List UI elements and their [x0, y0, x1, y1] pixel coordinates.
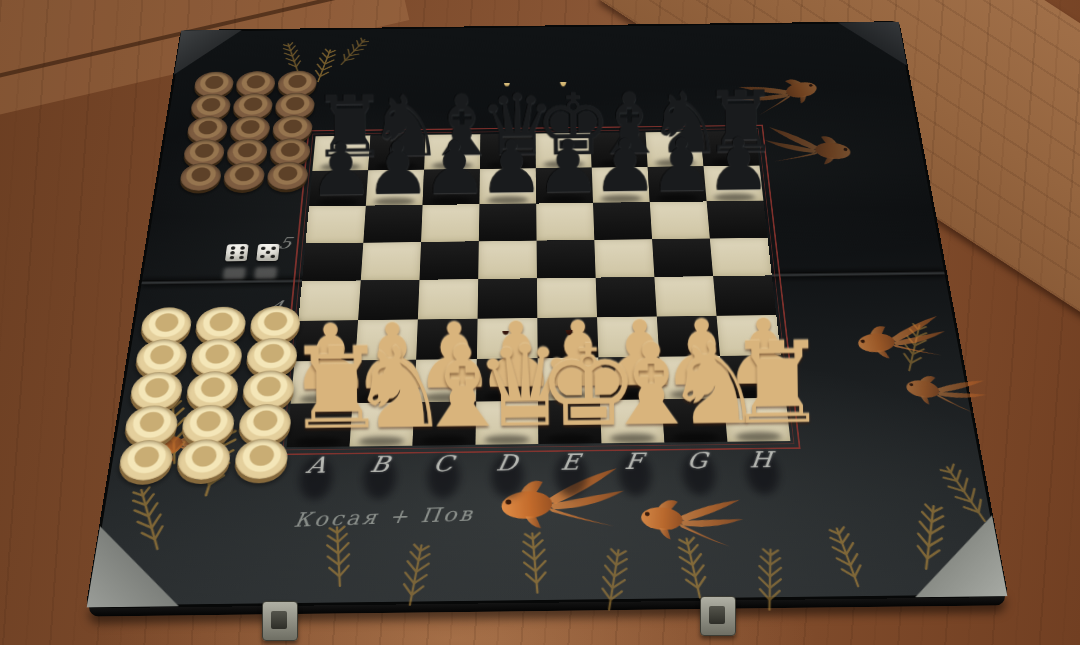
die-pip — [261, 247, 266, 250]
fern-icon — [389, 538, 443, 610]
piece-finial — [565, 318, 573, 335]
square-f1: ♝ — [600, 399, 665, 443]
square-c6 — [421, 204, 479, 241]
die-reflection — [223, 267, 246, 279]
square-f7: ♟ — [592, 167, 650, 203]
square-a7: ♟ — [309, 170, 368, 206]
square-g7: ♟ — [648, 166, 707, 202]
square-b1: ♞ — [350, 402, 415, 446]
square-e1: ♚ — [538, 400, 601, 444]
fern-icon — [665, 530, 721, 602]
photo-scene: ♜♞♝♛♚♝♞♜♟♟♟♟♟♟♟♟♟♟♟♟♟♟♟♟♜♞♝♛♚♝♞♜ ABCDEFG… — [0, 0, 1080, 645]
board-rotation-wrap: ♜♞♝♛♚♝♞♜♟♟♟♟♟♟♟♟♟♟♟♟♟♟♟♟♜♞♝♛♚♝♞♜ ABCDEFG… — [0, 0, 1080, 645]
die-pip — [230, 251, 235, 254]
file-label: G — [664, 447, 730, 473]
white-king: ♚ — [537, 330, 601, 444]
die-pip — [239, 251, 244, 254]
dice-pair — [225, 244, 280, 262]
white-bishop: ♝ — [600, 329, 664, 443]
black-pawn: ♟ — [649, 128, 707, 202]
square-h5 — [710, 237, 772, 276]
black-pawn: ♟ — [535, 129, 593, 203]
die — [225, 244, 249, 261]
die-pip — [266, 251, 271, 254]
chess-field: ♜♞♝♛♚♝♞♜♟♟♟♟♟♟♟♟♟♟♟♟♟♟♟♟♜♞♝♛♚♝♞♜ — [287, 131, 791, 447]
file-label: C — [409, 450, 477, 476]
square-e6 — [536, 203, 594, 240]
chess-grid: ♜♞♝♛♚♝♞♜♟♟♟♟♟♟♟♟♟♟♟♟♟♟♟♟♜♞♝♛♚♝♞♜ — [287, 131, 791, 447]
square-b7: ♟ — [366, 169, 424, 205]
file-label: A — [282, 452, 352, 478]
dice-reflections — [223, 267, 278, 279]
goldfish-icon — [896, 362, 992, 422]
black-pawn: ♟ — [706, 127, 764, 201]
goldfish-icon — [842, 309, 959, 369]
file-label: E — [537, 449, 604, 475]
square-d5 — [478, 240, 537, 279]
file-labels: ABCDEFGH — [284, 447, 794, 478]
square-c5 — [419, 241, 478, 280]
file-label: B — [345, 451, 414, 477]
square-d1: ♛ — [476, 400, 539, 444]
corner-guard — [903, 515, 1007, 597]
square-c7: ♟ — [423, 169, 480, 205]
square-b5 — [361, 242, 421, 281]
die-pip — [260, 255, 265, 258]
white-knight: ♞ — [348, 332, 412, 446]
die-pip — [270, 255, 275, 258]
file-label: H — [728, 447, 793, 473]
die-pip — [271, 247, 276, 250]
light-checker — [117, 440, 175, 481]
black-pawn: ♟ — [308, 132, 366, 206]
game-board: ♜♞♝♛♚♝♞♜♟♟♟♟♟♟♟♟♟♟♟♟♟♟♟♟♜♞♝♛♚♝♞♜ ABCDEFG… — [89, 23, 1005, 606]
fern-icon — [512, 526, 559, 596]
fern-icon — [118, 478, 180, 558]
board-inscription: Косая + Пов — [292, 498, 614, 531]
fern-icon — [891, 317, 938, 377]
corner-guard — [838, 22, 907, 67]
corner-guard — [87, 525, 189, 607]
square-a1: ♜ — [287, 403, 353, 447]
square-f6 — [593, 202, 652, 239]
square-e5 — [537, 240, 596, 279]
fern-icon — [316, 520, 361, 590]
fern-icon — [330, 33, 378, 71]
file-label: D — [473, 450, 541, 476]
hinge — [262, 601, 298, 641]
square-d6 — [479, 204, 537, 241]
piece-finial — [503, 77, 509, 86]
square-f5 — [594, 239, 654, 278]
fern-icon — [815, 519, 878, 592]
die-pip — [230, 246, 235, 249]
file-label: F — [601, 448, 667, 474]
square-a5 — [302, 242, 363, 281]
black-pawn: ♟ — [592, 129, 650, 203]
piece-finial — [502, 324, 509, 334]
square-g1: ♞ — [662, 398, 728, 442]
die-reflection — [254, 267, 277, 279]
corner-guard — [174, 30, 242, 75]
black-pawn: ♟ — [479, 130, 537, 204]
fern-icon — [903, 496, 957, 576]
dark-checker — [222, 162, 266, 190]
black-pawn: ♟ — [422, 131, 480, 205]
square-c1: ♝ — [413, 401, 477, 445]
white-rook: ♜ — [285, 333, 349, 447]
square-a6 — [306, 206, 366, 243]
black-pawn: ♟ — [365, 131, 423, 205]
white-bishop: ♝ — [411, 331, 475, 445]
die — [256, 244, 279, 261]
piece-finial — [559, 71, 566, 86]
square-h1: ♜ — [724, 397, 791, 441]
hinge — [700, 596, 736, 636]
dark-checker — [178, 163, 222, 191]
white-knight: ♞ — [663, 328, 727, 442]
die-pip — [229, 256, 234, 259]
die-pip — [239, 256, 244, 259]
square-h7: ♟ — [704, 165, 764, 201]
square-e7: ♟ — [536, 167, 593, 203]
square-d7: ♟ — [479, 168, 536, 204]
white-queen: ♛ — [474, 331, 538, 445]
light-checker — [175, 439, 232, 480]
white-rook: ♜ — [726, 327, 790, 441]
light-checker — [233, 438, 289, 479]
die-pip — [240, 246, 245, 249]
square-g5 — [652, 238, 713, 277]
square-h6 — [707, 201, 768, 238]
dark-checkers-tray — [179, 70, 319, 187]
square-g6 — [650, 201, 710, 238]
square-b6 — [363, 205, 422, 242]
